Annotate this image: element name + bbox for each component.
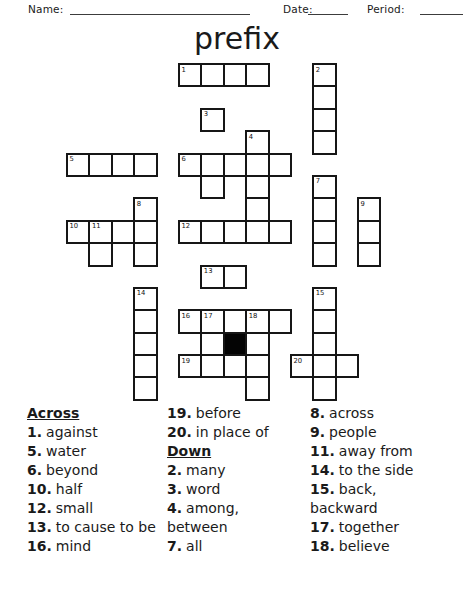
grid-cell[interactable] — [336, 355, 358, 377]
cell-number: 10 — [70, 222, 79, 230]
grid-cell[interactable] — [224, 154, 246, 176]
grid-cell[interactable] — [313, 131, 335, 153]
clue-text: to the side — [339, 462, 414, 478]
clues-heading-across: Across — [27, 404, 156, 423]
cell-number: 8 — [137, 200, 141, 208]
grid-cell[interactable] — [246, 221, 268, 243]
clue: 7.all — [167, 537, 269, 556]
black-cell — [224, 333, 246, 355]
grid-cell[interactable] — [224, 310, 246, 332]
clue-number: 17. — [310, 519, 335, 535]
grid-cell[interactable] — [313, 86, 335, 108]
grid-cell[interactable] — [246, 154, 268, 176]
grid-cell[interactable] — [246, 333, 268, 355]
grid-cell[interactable]: 13 — [201, 266, 223, 288]
grid-cell[interactable] — [246, 64, 268, 86]
clue-number: 2. — [167, 462, 182, 478]
clues-heading-down: Down — [167, 442, 269, 461]
grid-cell[interactable] — [134, 377, 156, 399]
clue-number: 1. — [27, 424, 42, 440]
grid-cell[interactable] — [112, 221, 134, 243]
grid-cell[interactable] — [112, 154, 134, 176]
clue: 20.in place of — [167, 423, 269, 442]
clue-continuation: between — [167, 518, 269, 537]
clue-column-3: 8.across9.people11.away from14.to the si… — [310, 404, 413, 556]
cell-number: 13 — [204, 267, 213, 275]
clue-column-2: 19.before20.in place ofDown2.many3.word4… — [167, 404, 269, 556]
clue: 1.against — [27, 423, 156, 442]
clue-text: before — [196, 405, 241, 421]
puzzle-title: prefix — [0, 21, 474, 56]
clue-number: 5. — [27, 443, 42, 459]
clue-text: beyond — [46, 462, 98, 478]
clue-number: 9. — [310, 424, 325, 440]
grid-cell[interactable] — [246, 377, 268, 399]
clue: 2.many — [167, 461, 269, 480]
name-input-line[interactable] — [70, 2, 250, 15]
clue-column-1: Across1.against5.water6.beyond10.half12.… — [27, 404, 156, 556]
grid-cell[interactable] — [358, 243, 380, 265]
clue-text: word — [186, 481, 220, 497]
grid-cell[interactable] — [201, 64, 223, 86]
grid-cell[interactable] — [313, 355, 335, 377]
clue: 10.half — [27, 480, 156, 499]
clue: 12.small — [27, 499, 156, 518]
cell-number: 15 — [316, 289, 325, 297]
grid-cell[interactable] — [313, 221, 335, 243]
clue-number: 8. — [310, 405, 325, 421]
cell-number: 11 — [92, 222, 101, 230]
clues-section: Across1.against5.water6.beyond10.half12.… — [0, 404, 474, 564]
clue-number: 6. — [27, 462, 42, 478]
clue-number: 20. — [167, 424, 192, 440]
clue-number: 19. — [167, 405, 192, 421]
cell-number: 3 — [204, 110, 208, 118]
clue: 6.beyond — [27, 461, 156, 480]
grid-cell[interactable] — [246, 355, 268, 377]
grid-cell[interactable]: 5 — [67, 154, 89, 176]
grid-cell[interactable] — [134, 221, 156, 243]
clue-text: people — [329, 424, 376, 440]
grid-cell[interactable]: 16 — [179, 310, 201, 332]
grid-cell[interactable] — [224, 355, 246, 377]
clues-heading-text: Across — [27, 405, 79, 421]
grid-cell[interactable] — [313, 243, 335, 265]
clue-text: away from — [339, 443, 413, 459]
grid-cell[interactable] — [269, 221, 291, 243]
grid-cell[interactable] — [313, 310, 335, 332]
date-input-line[interactable] — [308, 2, 348, 15]
period-label: Period: — [367, 3, 405, 15]
grid-cell[interactable]: 9 — [358, 198, 380, 220]
grid-cell[interactable] — [224, 64, 246, 86]
grid-cell[interactable]: 11 — [89, 221, 111, 243]
grid-cell[interactable] — [134, 355, 156, 377]
cell-number: 17 — [204, 312, 213, 320]
clue-number: 13. — [27, 519, 52, 535]
grid-cell[interactable]: 12 — [179, 221, 201, 243]
clue: 8.across — [310, 404, 413, 423]
grid-cell[interactable]: 4 — [246, 131, 268, 153]
clue-text: among, — [186, 500, 239, 516]
grid-cell[interactable]: 14 — [134, 288, 156, 310]
clue: 14.to the side — [310, 461, 413, 480]
clue-text: water — [46, 443, 86, 459]
clue-text: mind — [56, 538, 91, 554]
grid-cell[interactable]: 3 — [201, 109, 223, 131]
clue-text: many — [186, 462, 225, 478]
cell-number: 16 — [181, 312, 190, 320]
clue-text: in place of — [196, 424, 269, 440]
grid-cell[interactable] — [246, 198, 268, 220]
clue: 5.water — [27, 442, 156, 461]
clue: 3.word — [167, 480, 269, 499]
clue-number: 18. — [310, 538, 335, 554]
clue-text: between — [167, 519, 228, 535]
clue-text: backward — [310, 500, 378, 516]
clue: 9.people — [310, 423, 413, 442]
clue-text: small — [56, 500, 93, 516]
grid-cell[interactable] — [201, 355, 223, 377]
clue-number: 12. — [27, 500, 52, 516]
clue: 17.together — [310, 518, 413, 537]
grid-cell[interactable] — [134, 243, 156, 265]
grid-cell[interactable]: 1 — [179, 64, 201, 86]
grid-cell[interactable]: 20 — [291, 355, 313, 377]
clue-text: all — [186, 538, 202, 554]
grid-cell[interactable]: 17 — [201, 310, 223, 332]
grid-cell[interactable]: 2 — [313, 64, 335, 86]
cell-number: 2 — [316, 66, 320, 74]
clue-number: 7. — [167, 538, 182, 554]
clue: 18.believe — [310, 537, 413, 556]
grid-cell[interactable] — [134, 333, 156, 355]
grid-cell[interactable] — [201, 221, 223, 243]
clue: 19.before — [167, 404, 269, 423]
clue-text: to cause to be — [56, 519, 156, 535]
grid-cell[interactable] — [201, 333, 223, 355]
cell-number: 6 — [181, 155, 185, 163]
cell-number: 7 — [316, 177, 320, 185]
cell-number: 14 — [137, 289, 146, 297]
cell-number: 12 — [181, 222, 190, 230]
grid-cell[interactable] — [313, 333, 335, 355]
cell-number: 4 — [249, 133, 253, 141]
clue-number: 4. — [167, 500, 182, 516]
clue-number: 15. — [310, 481, 335, 497]
clue-text: back, — [339, 481, 377, 497]
grid-cell[interactable] — [134, 154, 156, 176]
grid-cell[interactable]: 7 — [313, 176, 335, 198]
grid-cell[interactable] — [313, 109, 335, 131]
clue-number: 14. — [310, 462, 335, 478]
grid-cell[interactable]: 15 — [313, 288, 335, 310]
grid-cell[interactable] — [313, 198, 335, 220]
grid-cell[interactable] — [201, 176, 223, 198]
clue-number: 16. — [27, 538, 52, 554]
grid-cell[interactable]: 18 — [246, 310, 268, 332]
grid-cell[interactable] — [269, 310, 291, 332]
clue: 16.mind — [27, 537, 156, 556]
name-label: Name: — [28, 3, 64, 15]
clue-number: 11. — [310, 443, 335, 459]
clue-text: against — [46, 424, 98, 440]
grid-cell[interactable]: 10 — [67, 221, 89, 243]
grid-cell[interactable]: 19 — [179, 355, 201, 377]
grid-cell[interactable] — [224, 266, 246, 288]
grid-cell[interactable] — [224, 221, 246, 243]
clue: 15.back, — [310, 480, 413, 499]
cell-number: 19 — [181, 357, 190, 365]
clue-number: 10. — [27, 481, 52, 497]
grid-cell[interactable]: 8 — [134, 198, 156, 220]
grid-cell[interactable]: 6 — [179, 154, 201, 176]
clues-heading-text: Down — [167, 443, 211, 459]
cell-number: 18 — [249, 312, 258, 320]
grid-cell[interactable] — [134, 310, 156, 332]
grid-cell[interactable] — [269, 154, 291, 176]
grid-cell[interactable] — [358, 221, 380, 243]
clue: 4.among, — [167, 499, 269, 518]
clue-text: half — [56, 481, 82, 497]
worksheet-page: Name: Date: Period: prefix 1234567891011… — [0, 0, 474, 613]
period-input-line[interactable] — [420, 2, 463, 15]
grid-cell[interactable] — [246, 176, 268, 198]
cell-number: 1 — [181, 66, 185, 74]
clue-text: together — [339, 519, 399, 535]
grid-cell[interactable] — [313, 377, 335, 399]
clue-continuation: backward — [310, 499, 413, 518]
clue-number: 3. — [167, 481, 182, 497]
grid-cell[interactable] — [89, 154, 111, 176]
clue: 11.away from — [310, 442, 413, 461]
grid-cell[interactable] — [89, 243, 111, 265]
cell-number: 9 — [361, 200, 365, 208]
clue-text: believe — [339, 538, 390, 554]
grid-cell[interactable] — [201, 154, 223, 176]
clue-text: across — [329, 405, 374, 421]
cell-number: 20 — [293, 357, 302, 365]
cell-number: 5 — [70, 155, 74, 163]
crossword-grid: 1234567891011121314151617181920 — [67, 64, 380, 400]
clue: 13.to cause to be — [27, 518, 156, 537]
